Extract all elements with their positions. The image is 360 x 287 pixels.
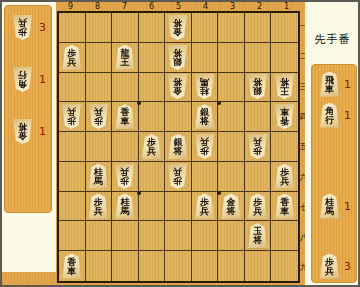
square-6e[interactable]: 歩兵: [139, 132, 166, 162]
square-4i[interactable]: [192, 251, 219, 281]
piece-gote-8d[interactable]: 歩兵: [88, 104, 109, 129]
hoshi-dot: [137, 101, 141, 105]
square-4f[interactable]: [192, 162, 219, 192]
file-label-3: 3: [219, 2, 246, 11]
square-4c[interactable]: 桂馬: [192, 73, 219, 103]
square-8b[interactable]: [86, 43, 113, 73]
piece-gote-9d[interactable]: 歩兵: [61, 104, 82, 129]
square-3h[interactable]: [218, 221, 245, 251]
piece-kanji: 香車: [67, 258, 77, 276]
square-6a[interactable]: [139, 13, 166, 43]
piece-kanji: 金将: [18, 122, 28, 140]
square-6i[interactable]: [139, 251, 166, 281]
shogi-board: 金将歩兵龍王銀将金将桂馬銀将王将歩兵歩兵香車銀将香車歩兵銀将歩兵歩兵桂馬歩兵歩兵…: [57, 11, 300, 283]
piece-sente-7g[interactable]: 桂馬: [114, 194, 135, 219]
hand-slot-sente-0[interactable]: 飛車1: [312, 71, 356, 97]
piece-kanji: 桂馬: [93, 168, 103, 186]
piece-kanji: 角行: [325, 107, 335, 125]
piece-kanji: 歩兵: [67, 49, 77, 67]
square-3b[interactable]: [218, 43, 245, 73]
hand-slot-gote-0[interactable]: 歩兵3: [5, 14, 51, 40]
piece-gote-4e[interactable]: 歩兵: [194, 134, 215, 159]
piece-gote-7f[interactable]: 歩兵: [114, 164, 135, 189]
hoshi-dot: [137, 191, 141, 195]
piece-sente-8f[interactable]: 桂馬: [88, 164, 109, 189]
hand-count: 1: [344, 78, 351, 91]
square-5i[interactable]: [165, 251, 192, 281]
hand-count: 1: [39, 73, 46, 86]
square-3c[interactable]: [218, 73, 245, 103]
shogi-board-viewer: 歩兵3角行1金将1 987654321 金将歩兵龍王銀将金将桂馬銀将王将歩兵歩兵…: [0, 0, 360, 287]
piece-sente-2g[interactable]: 歩兵: [247, 194, 268, 219]
hand-slot-sente-3[interactable]: 歩兵3: [312, 253, 356, 279]
square-7b[interactable]: 龍王: [112, 43, 139, 73]
piece-kanji: 歩兵: [253, 198, 263, 216]
square-9h[interactable]: [59, 221, 86, 251]
file-label-9: 9: [57, 2, 84, 11]
hand-count: 1: [39, 125, 46, 138]
square-7g[interactable]: 桂馬: [112, 192, 139, 222]
square-4e[interactable]: 歩兵: [192, 132, 219, 162]
piece-kanji: 銀将: [200, 108, 210, 126]
piece-kanji: 歩兵: [93, 107, 103, 125]
piece-kanji: 香車: [280, 198, 290, 216]
piece-sente-1g[interactable]: 香車: [274, 194, 295, 219]
hand-slot-sente-2[interactable]: 桂馬1: [312, 193, 356, 219]
piece-gote-hand[interactable]: 歩兵: [12, 15, 33, 40]
square-5d[interactable]: [165, 102, 192, 132]
square-7f[interactable]: 歩兵: [112, 162, 139, 192]
piece-kanji: 歩兵: [93, 198, 103, 216]
square-8a[interactable]: [86, 13, 113, 43]
piece-sente-2h[interactable]: 玉将: [247, 223, 268, 248]
piece-kanji: 角行: [18, 70, 28, 88]
piece-sente-7d[interactable]: 香車: [114, 104, 135, 129]
square-2a[interactable]: [245, 13, 272, 43]
piece-kanji: 玉将: [253, 227, 263, 245]
square-1e[interactable]: [271, 132, 298, 162]
piece-kanji: 歩兵: [146, 138, 156, 156]
square-5a[interactable]: 金将: [165, 13, 192, 43]
piece-sente-hand[interactable]: 桂馬: [319, 194, 340, 219]
gote-panel: 歩兵3角行1金将1: [2, 2, 56, 272]
file-label-7: 7: [111, 2, 138, 11]
square-7e[interactable]: [112, 132, 139, 162]
hand-count: 3: [39, 21, 46, 34]
square-6h[interactable]: [139, 221, 166, 251]
file-label-8: 8: [84, 2, 111, 11]
piece-gote-5f[interactable]: 歩兵: [167, 164, 188, 189]
piece-kanji: 歩兵: [67, 107, 77, 125]
square-6g[interactable]: [139, 192, 166, 222]
square-4d[interactable]: 銀将: [192, 102, 219, 132]
piece-gote-5c[interactable]: 金将: [167, 74, 188, 99]
square-8h[interactable]: [86, 221, 113, 251]
piece-gote-hand[interactable]: 角行: [12, 67, 33, 92]
piece-gote-5b[interactable]: 銀将: [167, 45, 188, 70]
square-5f[interactable]: 歩兵: [165, 162, 192, 192]
piece-sente-1f[interactable]: 歩兵: [274, 164, 295, 189]
square-8d[interactable]: 歩兵: [86, 102, 113, 132]
piece-sente-8g[interactable]: 歩兵: [88, 194, 109, 219]
square-7c[interactable]: [112, 73, 139, 103]
square-4h[interactable]: [192, 221, 219, 251]
square-3d[interactable]: [218, 102, 245, 132]
square-5h[interactable]: [165, 221, 192, 251]
hoshi-dot: [217, 101, 221, 105]
piece-kanji: 金将: [173, 77, 183, 95]
file-label-6: 6: [138, 2, 165, 11]
piece-sente-9i[interactable]: 香車: [61, 254, 82, 279]
piece-gote-4c[interactable]: 桂馬: [194, 74, 215, 99]
piece-sente-7b[interactable]: 龍王: [114, 45, 135, 70]
square-2h[interactable]: 玉将: [245, 221, 272, 251]
file-label-1: 1: [273, 2, 300, 11]
square-8e[interactable]: [86, 132, 113, 162]
square-9i[interactable]: 香車: [59, 251, 86, 281]
sente-captured-tray: 飛車1角行1桂馬1歩兵3: [311, 64, 357, 283]
square-9d[interactable]: 歩兵: [59, 102, 86, 132]
square-1g[interactable]: 香車: [271, 192, 298, 222]
gote-captured-tray: 歩兵3角行1金将1: [4, 5, 52, 213]
piece-kanji: 金将: [173, 18, 183, 36]
square-2g[interactable]: 歩兵: [245, 192, 272, 222]
square-4a[interactable]: [192, 13, 219, 43]
piece-gote-1c[interactable]: 王将: [274, 74, 295, 99]
square-8g[interactable]: 歩兵: [86, 192, 113, 222]
turn-indicator: 先手番: [305, 32, 360, 47]
hand-count: 3: [344, 260, 351, 273]
square-7h[interactable]: [112, 221, 139, 251]
square-1i[interactable]: [271, 251, 298, 281]
file-labels: 987654321: [57, 2, 300, 11]
square-4g[interactable]: 歩兵: [192, 192, 219, 222]
piece-kanji: 歩兵: [173, 167, 183, 185]
hand-slot-gote-1[interactable]: 角行1: [5, 66, 51, 92]
hand-count: 1: [344, 109, 351, 122]
hand-count: 1: [344, 200, 351, 213]
square-9c[interactable]: [59, 73, 86, 103]
piece-kanji: 銀将: [173, 48, 183, 66]
piece-kanji: 桂馬: [120, 198, 130, 216]
piece-sente-hand[interactable]: 飛車: [319, 72, 340, 97]
piece-kanji: 歩兵: [18, 18, 28, 36]
square-3e[interactable]: [218, 132, 245, 162]
piece-kanji: 歩兵: [280, 168, 290, 186]
square-3i[interactable]: [218, 251, 245, 281]
square-3f[interactable]: [218, 162, 245, 192]
square-6d[interactable]: [139, 102, 166, 132]
piece-sente-9b[interactable]: 歩兵: [61, 45, 82, 70]
file-label-2: 2: [246, 2, 273, 11]
square-1h[interactable]: [271, 221, 298, 251]
piece-sente-4g[interactable]: 歩兵: [194, 194, 215, 219]
piece-kanji: 香車: [120, 108, 130, 126]
square-5e[interactable]: 銀将: [165, 132, 192, 162]
hand-slot-sente-1[interactable]: 角行1: [312, 102, 356, 128]
square-3a[interactable]: [218, 13, 245, 43]
hoshi-dot: [217, 191, 221, 195]
square-6f[interactable]: [139, 162, 166, 192]
piece-kanji: 歩兵: [253, 137, 263, 155]
square-5c[interactable]: 金将: [165, 73, 192, 103]
square-1f[interactable]: 歩兵: [271, 162, 298, 192]
piece-kanji: 歩兵: [325, 258, 335, 276]
piece-kanji: 歩兵: [200, 137, 210, 155]
piece-kanji: 王将: [280, 77, 290, 95]
square-1c[interactable]: 王将: [271, 73, 298, 103]
square-2i[interactable]: [245, 251, 272, 281]
piece-gote-hand[interactable]: 金将: [12, 119, 33, 144]
square-7a[interactable]: [112, 13, 139, 43]
square-9a[interactable]: [59, 13, 86, 43]
square-6b[interactable]: [139, 43, 166, 73]
piece-sente-5e[interactable]: 銀将: [167, 134, 188, 159]
square-8f[interactable]: 桂馬: [86, 162, 113, 192]
piece-gote-1d[interactable]: 香車: [274, 104, 295, 129]
square-8i[interactable]: [86, 251, 113, 281]
piece-kanji: 飛車: [325, 76, 335, 94]
piece-kanji: 歩兵: [120, 167, 130, 185]
square-8c[interactable]: [86, 73, 113, 103]
piece-gote-5a[interactable]: 金将: [167, 15, 188, 40]
hand-slot-gote-2[interactable]: 金将1: [5, 118, 51, 144]
piece-sente-hand[interactable]: 角行: [319, 103, 340, 128]
square-7i[interactable]: [112, 251, 139, 281]
sente-panel: 先手番 飛車1角行1桂馬1歩兵3: [305, 2, 360, 285]
piece-kanji: 歩兵: [200, 198, 210, 216]
piece-kanji: 桂馬: [200, 77, 210, 95]
square-4b[interactable]: [192, 43, 219, 73]
square-2f[interactable]: [245, 162, 272, 192]
piece-kanji: 銀将: [173, 138, 183, 156]
piece-sente-4d[interactable]: 銀将: [194, 104, 215, 129]
piece-kanji: 香車: [280, 107, 290, 125]
square-2d[interactable]: [245, 102, 272, 132]
file-label-5: 5: [165, 2, 192, 11]
square-9e[interactable]: [59, 132, 86, 162]
square-9f[interactable]: [59, 162, 86, 192]
square-5g[interactable]: [165, 192, 192, 222]
piece-kanji: 金将: [226, 198, 236, 216]
piece-kanji: 銀将: [253, 77, 263, 95]
piece-kanji: 龍王: [120, 49, 130, 67]
square-2b[interactable]: [245, 43, 272, 73]
piece-sente-3g[interactable]: 金将: [221, 194, 242, 219]
square-9b[interactable]: 歩兵: [59, 43, 86, 73]
piece-gote-2e[interactable]: 歩兵: [247, 134, 268, 159]
square-9g[interactable]: [59, 192, 86, 222]
piece-gote-2c[interactable]: 銀将: [247, 74, 268, 99]
square-1b[interactable]: [271, 43, 298, 73]
square-2c[interactable]: 銀将: [245, 73, 272, 103]
square-6c[interactable]: [139, 73, 166, 103]
square-7d[interactable]: 香車: [112, 102, 139, 132]
square-1a[interactable]: [271, 13, 298, 43]
square-2e[interactable]: 歩兵: [245, 132, 272, 162]
piece-kanji: 桂馬: [325, 198, 335, 216]
file-label-4: 4: [192, 2, 219, 11]
square-5b[interactable]: 銀将: [165, 43, 192, 73]
piece-sente-6e[interactable]: 歩兵: [141, 134, 162, 159]
piece-sente-hand[interactable]: 歩兵: [319, 254, 340, 279]
square-1d[interactable]: 香車: [271, 102, 298, 132]
square-3g[interactable]: 金将: [218, 192, 245, 222]
